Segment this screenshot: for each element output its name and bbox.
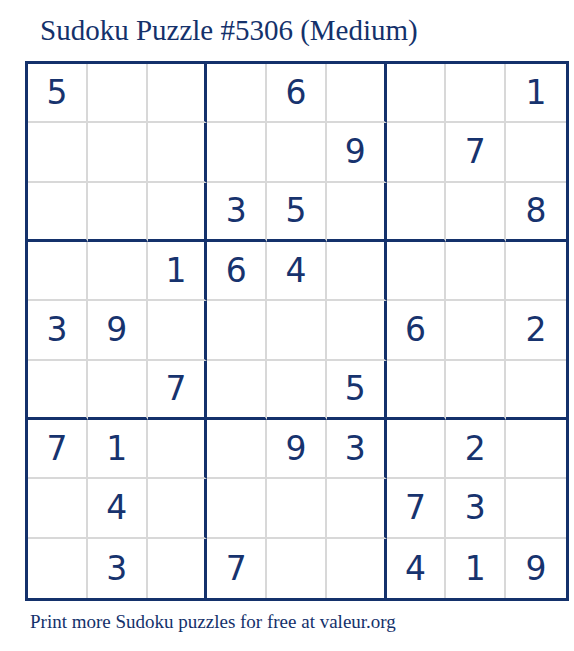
cell-r9c7[interactable]: 4 bbox=[387, 539, 447, 598]
cell-r6c4[interactable] bbox=[207, 361, 267, 420]
cell-r1c6[interactable] bbox=[327, 64, 387, 123]
cell-r9c3[interactable] bbox=[148, 539, 208, 598]
cell-r9c4[interactable]: 7 bbox=[207, 539, 267, 598]
cell-r1c4[interactable] bbox=[207, 64, 267, 123]
cell-r9c5[interactable] bbox=[267, 539, 327, 598]
cell-r9c9[interactable]: 9 bbox=[506, 539, 566, 598]
cell-r7c3[interactable] bbox=[148, 420, 208, 479]
cell-r6c3[interactable]: 7 bbox=[148, 361, 208, 420]
cell-r5c7[interactable]: 6 bbox=[387, 301, 447, 360]
cell-r2c2[interactable] bbox=[88, 123, 148, 182]
cell-r3c8[interactable] bbox=[446, 183, 506, 242]
cell-r4c6[interactable] bbox=[327, 242, 387, 301]
cell-r5c4[interactable] bbox=[207, 301, 267, 360]
cell-r7c1[interactable]: 7 bbox=[28, 420, 88, 479]
cell-r6c8[interactable] bbox=[446, 361, 506, 420]
cell-r3c4[interactable]: 3 bbox=[207, 183, 267, 242]
cell-r6c1[interactable] bbox=[28, 361, 88, 420]
cell-r8c2[interactable]: 4 bbox=[88, 479, 148, 538]
cell-r4c9[interactable] bbox=[506, 242, 566, 301]
cell-r5c8[interactable] bbox=[446, 301, 506, 360]
cell-r4c3[interactable]: 1 bbox=[148, 242, 208, 301]
cell-r7c2[interactable]: 1 bbox=[88, 420, 148, 479]
cell-r3c9[interactable]: 8 bbox=[506, 183, 566, 242]
cell-r2c6[interactable]: 9 bbox=[327, 123, 387, 182]
cell-r9c6[interactable] bbox=[327, 539, 387, 598]
cell-r8c6[interactable] bbox=[327, 479, 387, 538]
cell-r4c5[interactable]: 4 bbox=[267, 242, 327, 301]
cell-r3c2[interactable] bbox=[88, 183, 148, 242]
sudoku-page: Sudoku Puzzle #5306 (Medium) 56197358164… bbox=[0, 0, 574, 651]
cell-r5c2[interactable]: 9 bbox=[88, 301, 148, 360]
cell-r1c3[interactable] bbox=[148, 64, 208, 123]
cell-r9c2[interactable]: 3 bbox=[88, 539, 148, 598]
cell-r3c1[interactable] bbox=[28, 183, 88, 242]
cell-r5c5[interactable] bbox=[267, 301, 327, 360]
cell-r8c9[interactable] bbox=[506, 479, 566, 538]
cell-r7c4[interactable] bbox=[207, 420, 267, 479]
cell-r3c7[interactable] bbox=[387, 183, 447, 242]
cell-r6c7[interactable] bbox=[387, 361, 447, 420]
cell-r7c5[interactable]: 9 bbox=[267, 420, 327, 479]
cell-r5c9[interactable]: 2 bbox=[506, 301, 566, 360]
cell-r2c8[interactable]: 7 bbox=[446, 123, 506, 182]
cell-r7c7[interactable] bbox=[387, 420, 447, 479]
cell-r9c1[interactable] bbox=[28, 539, 88, 598]
cell-r6c6[interactable]: 5 bbox=[327, 361, 387, 420]
footer-note: Print more Sudoku puzzles for free at va… bbox=[30, 611, 396, 633]
page-title: Sudoku Puzzle #5306 (Medium) bbox=[40, 14, 418, 47]
cell-r7c8[interactable]: 2 bbox=[446, 420, 506, 479]
cell-r1c8[interactable] bbox=[446, 64, 506, 123]
cell-r2c5[interactable] bbox=[267, 123, 327, 182]
cell-r5c1[interactable]: 3 bbox=[28, 301, 88, 360]
sudoku-grid: 561973581643962757193247337419 bbox=[25, 61, 569, 601]
cell-r6c9[interactable] bbox=[506, 361, 566, 420]
cell-r7c6[interactable]: 3 bbox=[327, 420, 387, 479]
cell-r2c3[interactable] bbox=[148, 123, 208, 182]
cell-r8c8[interactable]: 3 bbox=[446, 479, 506, 538]
cell-r3c3[interactable] bbox=[148, 183, 208, 242]
cell-r6c5[interactable] bbox=[267, 361, 327, 420]
cell-r3c6[interactable] bbox=[327, 183, 387, 242]
cell-r8c7[interactable]: 7 bbox=[387, 479, 447, 538]
cell-r1c7[interactable] bbox=[387, 64, 447, 123]
cell-r5c6[interactable] bbox=[327, 301, 387, 360]
cell-r7c9[interactable] bbox=[506, 420, 566, 479]
cell-r8c4[interactable] bbox=[207, 479, 267, 538]
cell-r9c8[interactable]: 1 bbox=[446, 539, 506, 598]
cell-r5c3[interactable] bbox=[148, 301, 208, 360]
cell-r2c9[interactable] bbox=[506, 123, 566, 182]
cell-r1c2[interactable] bbox=[88, 64, 148, 123]
cell-r4c2[interactable] bbox=[88, 242, 148, 301]
cell-r1c5[interactable]: 6 bbox=[267, 64, 327, 123]
cell-r4c8[interactable] bbox=[446, 242, 506, 301]
cell-r8c5[interactable] bbox=[267, 479, 327, 538]
cell-r2c7[interactable] bbox=[387, 123, 447, 182]
cell-r2c1[interactable] bbox=[28, 123, 88, 182]
cell-r6c2[interactable] bbox=[88, 361, 148, 420]
cell-r2c4[interactable] bbox=[207, 123, 267, 182]
cell-r8c1[interactable] bbox=[28, 479, 88, 538]
cell-r4c4[interactable]: 6 bbox=[207, 242, 267, 301]
cell-r8c3[interactable] bbox=[148, 479, 208, 538]
cell-r4c1[interactable] bbox=[28, 242, 88, 301]
cell-r4c7[interactable] bbox=[387, 242, 447, 301]
cell-r3c5[interactable]: 5 bbox=[267, 183, 327, 242]
cell-r1c1[interactable]: 5 bbox=[28, 64, 88, 123]
cell-r1c9[interactable]: 1 bbox=[506, 64, 566, 123]
